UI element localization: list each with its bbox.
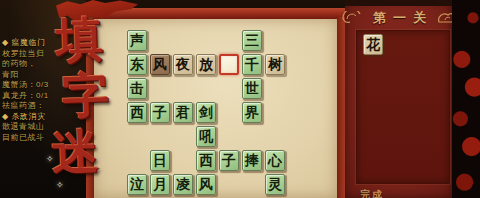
selected-empty-cell[interactable]: [219, 54, 239, 75]
quest-line: 的药物，: [2, 59, 86, 70]
quest-line: 青阳: [2, 70, 86, 81]
quest-line: 枚罗拉当归: [2, 49, 86, 60]
board-tile: 西: [127, 102, 147, 123]
answer-tray: 花: [356, 30, 450, 184]
completion-button[interactable]: 完成: [360, 188, 384, 198]
board-tile: 吼: [196, 126, 216, 147]
board-tile: 世: [242, 78, 262, 99]
board-tile[interactable]: 风: [150, 54, 170, 75]
quest-line: 目前已战斗: [2, 133, 86, 144]
quest-line: ◆ 杀敌消灾: [2, 112, 86, 123]
board-tile[interactable]: 夜: [173, 54, 193, 75]
board-tile: 捧: [242, 150, 262, 171]
crossword-grid: 声三东风夜放千树击世西子君剑界吼日西子捧心泣月凌风灵: [127, 30, 288, 198]
board-tile: 子: [150, 102, 170, 123]
board-tile: 剑: [196, 102, 216, 123]
board-tile: 千: [242, 54, 262, 75]
board-tile: 月: [150, 174, 170, 195]
quest-line: ◆ 瘟魔临门: [2, 38, 86, 49]
level-header: 第一关: [345, 7, 452, 29]
board-tile: 君: [173, 102, 193, 123]
board-tile: 声: [127, 30, 147, 51]
level-title: 第一关: [366, 9, 433, 27]
quest-tracker: ◆ 瘟魔临门枚罗拉当归的药物，青阳魔蟹汤：0/3真龙丹：0/1祛瘟药酒：◆ 杀敌…: [2, 38, 86, 143]
butterfly-icon: ✧: [46, 154, 54, 164]
butterfly-icon: ✧: [56, 180, 64, 190]
board-tile: 东: [127, 54, 147, 75]
board-tile[interactable]: 树: [265, 54, 285, 75]
quest-line: 魔蟹汤：0/3: [2, 80, 86, 91]
board-tile: 灵: [265, 174, 285, 195]
cloud-scroll-left-icon: [338, 11, 362, 25]
quest-line: 散退青城山: [2, 122, 86, 133]
board-tile: 风: [196, 174, 216, 195]
background-scene: ◆ 瘟魔临门枚罗拉当归的药物，青阳魔蟹汤：0/3真龙丹：0/1祛瘟药酒：◆ 杀敌…: [0, 0, 88, 198]
board-tile: 三: [242, 30, 262, 51]
board-tile[interactable]: 放: [196, 54, 216, 75]
panel-top-dark-strip: [345, 0, 452, 6]
board-tile: 日: [150, 150, 170, 171]
board-tile: 凌: [173, 174, 193, 195]
board-tile: 子: [219, 150, 239, 171]
frame-left-red-border: [86, 17, 94, 198]
board-tile: 西: [196, 150, 216, 171]
frame-right-red-border: [337, 17, 345, 198]
board-tile: 界: [242, 102, 262, 123]
red-flower-art-strip: [452, 0, 480, 198]
quest-line: 真龙丹：0/1: [2, 91, 86, 102]
board-tile: 心: [265, 150, 285, 171]
quest-line: 祛瘟药酒：: [2, 101, 86, 112]
board-tile: 泣: [127, 174, 147, 195]
tray-tile[interactable]: 花: [363, 34, 383, 55]
board-tile: 击: [127, 78, 147, 99]
level-panel: 第一关 花 完成: [345, 0, 452, 198]
